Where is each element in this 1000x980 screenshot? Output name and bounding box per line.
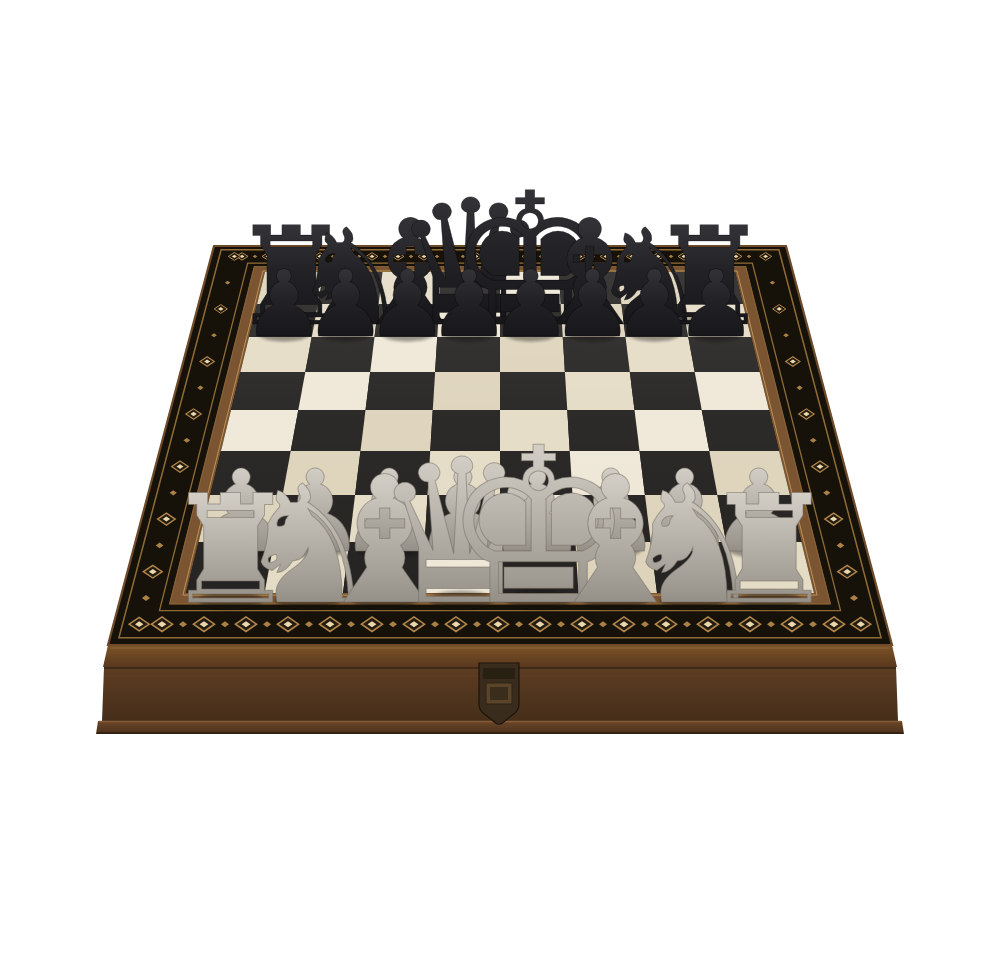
piece-white-rook-h1: ♜	[702, 463, 836, 637]
chess-set-photo: ♜♞♝♛♚♝♞♜♟♟♟♟♟♟♟♟♟♟♟♟♟♟♟♟♜♞♝♛♚♝♞♜	[0, 0, 1000, 980]
piece-black-pawn-h7: ♟	[675, 250, 758, 358]
latch	[479, 663, 519, 724]
board-svg: ♜♞♝♛♚♝♞♜♟♟♟♟♟♟♟♟♟♟♟♟♟♟♟♟♜♞♝♛♚♝♞♜	[0, 0, 1000, 980]
